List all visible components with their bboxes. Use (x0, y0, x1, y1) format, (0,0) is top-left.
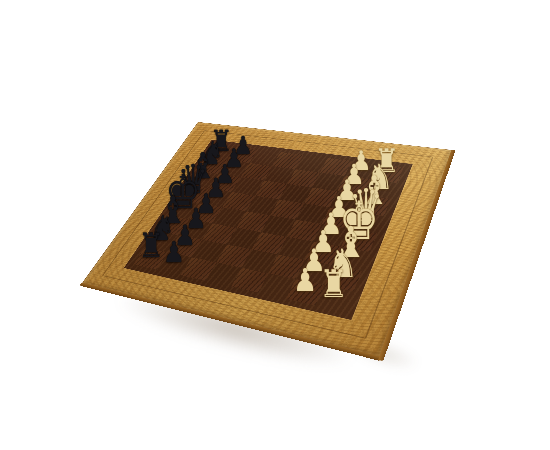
photo-stage: ♜♞♝♛♚♝♞♜♟♟♟♟♟♟♟♟♟♟♟♟♟♟♟♟♜♞♝♛♚♝♞♜ (0, 0, 550, 450)
chess-board (82, 122, 452, 357)
